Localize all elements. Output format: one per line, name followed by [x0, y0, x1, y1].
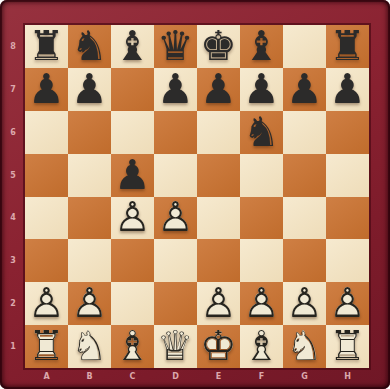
square-h2[interactable]: ♟♙ — [326, 282, 369, 325]
white-queen-outline-glyph: ♕ — [154, 325, 197, 368]
white-pawn-outline-glyph: ♙ — [283, 282, 326, 325]
square-b8[interactable]: ♞ — [68, 25, 111, 68]
square-c4[interactable]: ♟♙ — [111, 197, 154, 240]
square-f1[interactable]: ♝♗ — [240, 325, 283, 368]
square-h4[interactable] — [326, 197, 369, 240]
white-pawn-outline-glyph: ♙ — [25, 282, 68, 325]
square-g2[interactable]: ♟♙ — [283, 282, 326, 325]
white-bishop-glyph: ♝ — [111, 325, 154, 368]
white-pawn-glyph: ♟ — [25, 282, 68, 325]
square-a3[interactable] — [25, 239, 68, 282]
square-g8[interactable] — [283, 25, 326, 68]
white-pawn-glyph: ♟ — [240, 282, 283, 325]
square-h7[interactable]: ♟ — [326, 68, 369, 111]
white-rook-outline-glyph: ♖ — [326, 325, 369, 368]
white-pawn-glyph: ♟ — [283, 282, 326, 325]
square-f7[interactable]: ♟ — [240, 68, 283, 111]
piece-black-knight: ♞ — [240, 111, 283, 154]
black-bishop-glyph: ♝ — [240, 25, 283, 68]
black-rook-glyph: ♜ — [326, 25, 369, 68]
black-pawn-glyph: ♟ — [283, 68, 326, 111]
piece-white-rook: ♜♖ — [326, 325, 369, 368]
square-g5[interactable] — [283, 154, 326, 197]
square-f2[interactable]: ♟♙ — [240, 282, 283, 325]
square-h8[interactable]: ♜ — [326, 25, 369, 68]
white-pawn-glyph: ♟ — [68, 282, 111, 325]
black-pawn-glyph: ♟ — [111, 154, 154, 197]
square-d5[interactable] — [154, 154, 197, 197]
piece-black-bishop: ♝ — [240, 25, 283, 68]
piece-white-pawn: ♟♙ — [68, 282, 111, 325]
piece-white-pawn: ♟♙ — [240, 282, 283, 325]
square-g1[interactable]: ♞♘ — [283, 325, 326, 368]
white-pawn-glyph: ♟ — [111, 197, 154, 240]
square-e5[interactable] — [197, 154, 240, 197]
square-b6[interactable] — [68, 111, 111, 154]
square-g3[interactable] — [283, 239, 326, 282]
white-knight-glyph: ♞ — [283, 325, 326, 368]
piece-white-queen: ♛♕ — [154, 325, 197, 368]
black-rook-glyph: ♜ — [25, 25, 68, 68]
file-label-b: B — [68, 368, 111, 389]
white-rook-glyph: ♜ — [25, 325, 68, 368]
black-knight-glyph: ♞ — [240, 111, 283, 154]
black-pawn-glyph: ♟ — [154, 68, 197, 111]
square-f5[interactable] — [240, 154, 283, 197]
rank-label-6: 6 — [0, 111, 25, 154]
square-f3[interactable] — [240, 239, 283, 282]
piece-white-rook: ♜♖ — [25, 325, 68, 368]
piece-white-pawn: ♟♙ — [25, 282, 68, 325]
square-a8[interactable]: ♜ — [25, 25, 68, 68]
file-label-a: A — [25, 368, 68, 389]
white-knight-outline-glyph: ♘ — [68, 325, 111, 368]
white-pawn-glyph: ♟ — [197, 282, 240, 325]
piece-black-king: ♚ — [197, 25, 240, 68]
black-bishop-glyph: ♝ — [111, 25, 154, 68]
white-pawn-outline-glyph: ♙ — [111, 197, 154, 240]
square-f6[interactable]: ♞ — [240, 111, 283, 154]
black-queen-glyph: ♛ — [154, 25, 197, 68]
square-e7[interactable]: ♟ — [197, 68, 240, 111]
white-pawn-glyph: ♟ — [154, 197, 197, 240]
piece-white-pawn: ♟♙ — [283, 282, 326, 325]
piece-white-knight: ♞♘ — [68, 325, 111, 368]
black-knight-glyph: ♞ — [68, 25, 111, 68]
rank-label-2: 2 — [0, 282, 25, 325]
square-e1[interactable]: ♚♔ — [197, 325, 240, 368]
piece-black-rook: ♜ — [326, 25, 369, 68]
white-pawn-outline-glyph: ♙ — [68, 282, 111, 325]
square-d7[interactable]: ♟ — [154, 68, 197, 111]
white-pawn-outline-glyph: ♙ — [326, 282, 369, 325]
piece-white-king: ♚♔ — [197, 325, 240, 368]
square-a6[interactable] — [25, 111, 68, 154]
piece-black-queen: ♛ — [154, 25, 197, 68]
black-king-glyph: ♚ — [197, 25, 240, 68]
white-pawn-outline-glyph: ♙ — [154, 197, 197, 240]
square-e4[interactable] — [197, 197, 240, 240]
file-label-f: F — [240, 368, 283, 389]
square-d3[interactable] — [154, 239, 197, 282]
square-b3[interactable] — [68, 239, 111, 282]
file-label-e: E — [197, 368, 240, 389]
square-h6[interactable] — [326, 111, 369, 154]
piece-black-pawn: ♟ — [240, 68, 283, 111]
piece-white-pawn: ♟♙ — [197, 282, 240, 325]
square-e2[interactable]: ♟♙ — [197, 282, 240, 325]
piece-black-knight: ♞ — [68, 25, 111, 68]
chess-board-frame: ♜♞♝♛♚♝♜♟♟♟♟♟♟♟♞♟♟♙♟♙♟♙♟♙♟♙♟♙♟♙♟♙♜♖♞♘♝♗♛♕… — [0, 0, 390, 389]
piece-white-bishop: ♝♗ — [240, 325, 283, 368]
square-c7[interactable] — [111, 68, 154, 111]
square-c1[interactable]: ♝♗ — [111, 325, 154, 368]
piece-white-pawn: ♟♙ — [111, 197, 154, 240]
file-coordinates: ABCDEFGH — [25, 368, 369, 389]
rank-label-1: 1 — [0, 325, 25, 368]
rank-label-3: 3 — [0, 239, 25, 282]
white-king-glyph: ♚ — [197, 325, 240, 368]
square-f4[interactable] — [240, 197, 283, 240]
square-h1[interactable]: ♜♖ — [326, 325, 369, 368]
black-pawn-glyph: ♟ — [68, 68, 111, 111]
square-e6[interactable] — [197, 111, 240, 154]
piece-black-pawn: ♟ — [68, 68, 111, 111]
square-d6[interactable] — [154, 111, 197, 154]
rank-label-4: 4 — [0, 197, 25, 240]
square-b4[interactable] — [68, 197, 111, 240]
white-queen-glyph: ♛ — [154, 325, 197, 368]
piece-white-knight: ♞♘ — [283, 325, 326, 368]
square-c8[interactable]: ♝ — [111, 25, 154, 68]
piece-black-pawn: ♟ — [326, 68, 369, 111]
black-pawn-glyph: ♟ — [25, 68, 68, 111]
rank-coordinates: 87654321 — [0, 25, 25, 368]
square-c5[interactable]: ♟ — [111, 154, 154, 197]
piece-black-pawn: ♟ — [197, 68, 240, 111]
square-h5[interactable] — [326, 154, 369, 197]
white-pawn-outline-glyph: ♙ — [240, 282, 283, 325]
piece-black-pawn: ♟ — [111, 154, 154, 197]
square-c3[interactable] — [111, 239, 154, 282]
rank-label-8: 8 — [0, 25, 25, 68]
white-bishop-outline-glyph: ♗ — [111, 325, 154, 368]
white-knight-outline-glyph: ♘ — [283, 325, 326, 368]
square-e3[interactable] — [197, 239, 240, 282]
square-f8[interactable]: ♝ — [240, 25, 283, 68]
square-b5[interactable] — [68, 154, 111, 197]
square-h3[interactable] — [326, 239, 369, 282]
piece-black-pawn: ♟ — [283, 68, 326, 111]
square-a2[interactable]: ♟♙ — [25, 282, 68, 325]
white-bishop-glyph: ♝ — [240, 325, 283, 368]
square-a4[interactable] — [25, 197, 68, 240]
square-b7[interactable]: ♟ — [68, 68, 111, 111]
white-king-outline-glyph: ♔ — [197, 325, 240, 368]
piece-white-pawn: ♟♙ — [154, 197, 197, 240]
piece-black-pawn: ♟ — [154, 68, 197, 111]
black-pawn-glyph: ♟ — [326, 68, 369, 111]
black-pawn-glyph: ♟ — [197, 68, 240, 111]
square-b2[interactable]: ♟♙ — [68, 282, 111, 325]
square-g7[interactable]: ♟ — [283, 68, 326, 111]
black-pawn-glyph: ♟ — [240, 68, 283, 111]
square-d8[interactable]: ♛ — [154, 25, 197, 68]
piece-black-bishop: ♝ — [111, 25, 154, 68]
square-e8[interactable]: ♚ — [197, 25, 240, 68]
white-knight-glyph: ♞ — [68, 325, 111, 368]
white-pawn-outline-glyph: ♙ — [197, 282, 240, 325]
square-c6[interactable] — [111, 111, 154, 154]
square-d1[interactable]: ♛♕ — [154, 325, 197, 368]
file-label-d: D — [154, 368, 197, 389]
piece-white-bishop: ♝♗ — [111, 325, 154, 368]
square-g4[interactable] — [283, 197, 326, 240]
piece-black-pawn: ♟ — [25, 68, 68, 111]
square-b1[interactable]: ♞♘ — [68, 325, 111, 368]
square-g6[interactable] — [283, 111, 326, 154]
rank-label-5: 5 — [0, 154, 25, 197]
file-label-g: G — [283, 368, 326, 389]
square-d2[interactable] — [154, 282, 197, 325]
file-label-h: H — [326, 368, 369, 389]
chess-board: ♜♞♝♛♚♝♜♟♟♟♟♟♟♟♞♟♟♙♟♙♟♙♟♙♟♙♟♙♟♙♟♙♜♖♞♘♝♗♛♕… — [25, 25, 369, 368]
file-label-c: C — [111, 368, 154, 389]
square-a7[interactable]: ♟ — [25, 68, 68, 111]
square-c2[interactable] — [111, 282, 154, 325]
square-a5[interactable] — [25, 154, 68, 197]
rank-label-7: 7 — [0, 68, 25, 111]
piece-white-pawn: ♟♙ — [326, 282, 369, 325]
white-rook-outline-glyph: ♖ — [25, 325, 68, 368]
square-d4[interactable]: ♟♙ — [154, 197, 197, 240]
white-pawn-glyph: ♟ — [326, 282, 369, 325]
white-rook-glyph: ♜ — [326, 325, 369, 368]
square-a1[interactable]: ♜♖ — [25, 325, 68, 368]
white-bishop-outline-glyph: ♗ — [240, 325, 283, 368]
piece-black-rook: ♜ — [25, 25, 68, 68]
